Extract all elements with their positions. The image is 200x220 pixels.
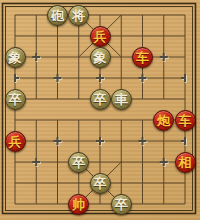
piece-black-soldier-5[interactable]: 卒 [111,194,132,215]
piece-black-soldier-4[interactable]: 卒 [90,173,111,194]
piece-black-soldier-1[interactable]: 卒 [5,89,26,110]
piece-black-general[interactable]: 将 [68,5,89,26]
piece-red-soldier-1[interactable]: 兵 [90,26,111,47]
piece-black-soldier-3[interactable]: 卒 [68,152,89,173]
piece-red-elephant[interactable]: 相 [175,152,196,173]
xiangqi-board[interactable]: 砲将兵象象车卒卒車炮车兵卒相卒帅卒 [0,0,200,220]
piece-red-general[interactable]: 帅 [68,194,89,215]
piece-black-cannon[interactable]: 砲 [47,5,68,26]
piece-black-chariot[interactable]: 車 [111,89,132,110]
piece-red-chariot-1[interactable]: 车 [132,47,153,68]
piece-red-cannon[interactable]: 炮 [153,110,174,131]
piece-black-elephant-1[interactable]: 象 [5,47,26,68]
piece-red-chariot-2[interactable]: 车 [175,110,196,131]
piece-black-elephant-2[interactable]: 象 [90,47,111,68]
piece-black-soldier-2[interactable]: 卒 [90,89,111,110]
piece-red-soldier-2[interactable]: 兵 [5,131,26,152]
